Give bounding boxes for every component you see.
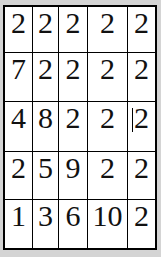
cell-value: 3 — [38, 201, 53, 231]
grid-cell-r4c2[interactable]: 5 — [33, 152, 59, 200]
grid-cell-r3c4[interactable]: 2 — [88, 102, 128, 152]
cell-value: 8 — [38, 103, 53, 133]
cell-value: 2 — [11, 153, 26, 183]
cell-value: 2 — [100, 54, 115, 84]
cell-value: 2 — [11, 8, 26, 38]
grid-cell-r1c4[interactable]: 2 — [88, 7, 128, 53]
grid-cell-r5c1[interactable]: 1 — [5, 200, 33, 248]
cell-value: 2 — [134, 201, 149, 231]
grid-cell-r2c4[interactable]: 2 — [88, 53, 128, 102]
cell-value: 2 — [134, 103, 149, 133]
cell-value: 7 — [11, 54, 26, 84]
grid-cell-r4c4[interactable]: 2 — [88, 152, 128, 200]
cell-value: 2 — [134, 153, 149, 183]
cell-value: 9 — [66, 153, 81, 183]
grid-cell-r5c3[interactable]: 6 — [59, 200, 88, 248]
cell-value: 2 — [38, 8, 53, 38]
cell-value: 2 — [100, 153, 115, 183]
grid-cell-r4c5[interactable]: 2 — [128, 152, 155, 200]
cell-value: 2 — [100, 103, 115, 133]
cell-value: 2 — [134, 8, 149, 38]
cell-value: 2 — [66, 54, 81, 84]
cell-value: 6 — [66, 201, 81, 231]
grid-cell-r2c2[interactable]: 2 — [33, 53, 59, 102]
grid-cell-r2c5[interactable]: 2 — [128, 53, 155, 102]
cell-value: 2 — [66, 8, 81, 38]
grid-cell-r5c4[interactable]: 10 — [88, 200, 128, 248]
cell-value: 4 — [11, 103, 26, 133]
grid-cell-r1c5[interactable]: 2 — [128, 7, 155, 53]
cell-value: 1 — [11, 201, 26, 231]
grid-cell-r2c3[interactable]: 2 — [59, 53, 88, 102]
cell-value: 10 — [93, 201, 123, 231]
grid-cell-r4c3[interactable]: 9 — [59, 152, 88, 200]
grid-cell-r2c1[interactable]: 7 — [5, 53, 33, 102]
grid-cell-r3c5[interactable]: 2 — [128, 102, 155, 152]
page-background: 22222722224822225922136102 — [0, 0, 161, 257]
cell-value: 5 — [38, 153, 53, 183]
grid-cell-r3c3[interactable]: 2 — [59, 102, 88, 152]
grid-cell-r1c3[interactable]: 2 — [59, 7, 88, 53]
grid-cell-r4c1[interactable]: 2 — [5, 152, 33, 200]
cell-value: 2 — [134, 54, 149, 84]
number-grid: 22222722224822225922136102 — [3, 5, 157, 250]
grid-cell-r1c2[interactable]: 2 — [33, 7, 59, 53]
grid-cell-r3c2[interactable]: 8 — [33, 102, 59, 152]
grid-cell-r5c2[interactable]: 3 — [33, 200, 59, 248]
cell-value: 2 — [38, 54, 53, 84]
text-caret — [132, 108, 133, 132]
grid-cell-r1c1[interactable]: 2 — [5, 7, 33, 53]
cell-value: 2 — [100, 8, 115, 38]
cell-value: 2 — [66, 103, 81, 133]
grid-cell-r3c1[interactable]: 4 — [5, 102, 33, 152]
grid-cell-r5c5[interactable]: 2 — [128, 200, 155, 248]
